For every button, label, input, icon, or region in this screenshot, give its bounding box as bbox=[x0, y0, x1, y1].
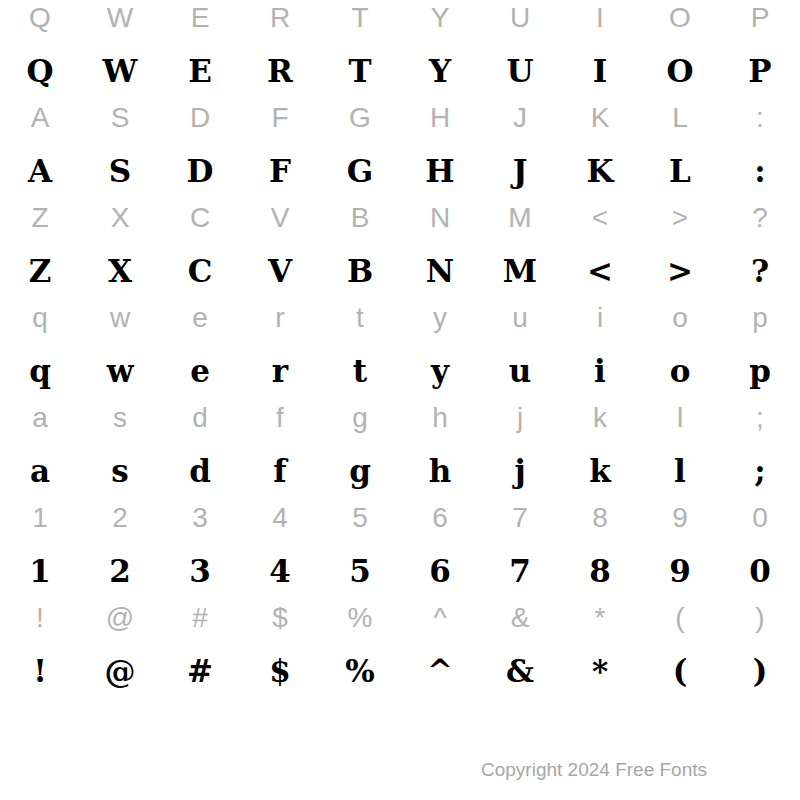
reference-row: qwertyuiop bbox=[0, 300, 800, 336]
reference-glyph: < bbox=[592, 204, 608, 232]
specimen-glyph: : bbox=[754, 156, 765, 187]
specimen-glyph: # bbox=[187, 656, 213, 687]
reference-glyph: W bbox=[107, 4, 133, 32]
specimen-glyph: d bbox=[189, 456, 211, 487]
reference-glyph: S bbox=[111, 104, 130, 132]
reference-glyph: J bbox=[513, 104, 527, 132]
reference-glyph: ! bbox=[36, 604, 44, 632]
specimen-glyph: > bbox=[667, 256, 693, 287]
reference-glyph: o bbox=[672, 304, 688, 332]
specimen-glyph: & bbox=[506, 656, 534, 687]
reference-row: 1234567890 bbox=[0, 500, 800, 536]
specimen-glyph: q bbox=[29, 356, 51, 387]
char-row-pair: asdfghjkl;asdfghjkl; bbox=[0, 400, 800, 500]
reference-glyph: R bbox=[270, 4, 290, 32]
reference-glyph: ^ bbox=[433, 604, 446, 632]
reference-row: ASDFGHJKL: bbox=[0, 100, 800, 136]
reference-glyph: l bbox=[677, 404, 683, 432]
specimen-glyph: o bbox=[670, 356, 691, 387]
specimen-glyph: k bbox=[589, 456, 610, 487]
reference-glyph: 5 bbox=[352, 504, 368, 532]
reference-glyph: ) bbox=[755, 604, 764, 632]
reference-glyph: a bbox=[32, 404, 48, 432]
specimen-row: asdfghjkl; bbox=[0, 449, 800, 493]
reference-glyph: V bbox=[271, 204, 290, 232]
reference-glyph: r bbox=[275, 304, 284, 332]
reference-glyph: A bbox=[31, 104, 50, 132]
char-row-pair: 12345678901234567890 bbox=[0, 500, 800, 600]
specimen-glyph: w bbox=[107, 356, 134, 387]
reference-glyph: 7 bbox=[512, 504, 528, 532]
reference-row: ZXCVBNM<>? bbox=[0, 200, 800, 236]
reference-glyph: 2 bbox=[112, 504, 128, 532]
reference-glyph: : bbox=[756, 104, 764, 132]
reference-glyph: P bbox=[751, 4, 770, 32]
specimen-glyph: P bbox=[748, 56, 771, 87]
specimen-row: 1234567890 bbox=[0, 549, 800, 593]
reference-glyph: d bbox=[192, 404, 208, 432]
specimen-glyph: I bbox=[593, 56, 608, 87]
reference-glyph: e bbox=[192, 304, 208, 332]
specimen-glyph: G bbox=[347, 156, 373, 187]
specimen-glyph: < bbox=[587, 256, 613, 287]
reference-glyph: f bbox=[276, 404, 284, 432]
specimen-glyph: h bbox=[429, 456, 452, 487]
specimen-glyph: u bbox=[509, 356, 532, 387]
specimen-glyph: T bbox=[348, 56, 371, 87]
specimen-glyph: W bbox=[103, 56, 138, 87]
reference-glyph: & bbox=[511, 604, 530, 632]
specimen-glyph: M bbox=[503, 256, 537, 287]
specimen-glyph: @ bbox=[105, 656, 136, 687]
reference-row: QWERTYUIOP bbox=[0, 0, 800, 36]
reference-glyph: 3 bbox=[192, 504, 208, 532]
reference-glyph: u bbox=[512, 304, 528, 332]
reference-glyph: N bbox=[430, 204, 450, 232]
specimen-glyph: Y bbox=[429, 56, 451, 87]
reference-glyph: I bbox=[596, 4, 604, 32]
reference-glyph: k bbox=[593, 404, 607, 432]
reference-glyph: O bbox=[669, 4, 691, 32]
reference-glyph: # bbox=[192, 604, 208, 632]
specimen-glyph: V bbox=[268, 256, 292, 287]
specimen-glyph: 2 bbox=[109, 556, 131, 587]
reference-glyph: K bbox=[591, 104, 610, 132]
reference-glyph: C bbox=[190, 204, 210, 232]
reference-glyph: h bbox=[432, 404, 448, 432]
specimen-glyph: 4 bbox=[269, 556, 291, 587]
reference-row: asdfghjkl; bbox=[0, 400, 800, 436]
reference-glyph: t bbox=[356, 304, 364, 332]
char-row-pair: QWERTYUIOPQWERTYUIOP bbox=[0, 0, 800, 100]
char-row-pair: qwertyuiopqwertyuiop bbox=[0, 300, 800, 400]
specimen-glyph: ; bbox=[754, 456, 765, 487]
specimen-glyph: 8 bbox=[589, 556, 611, 587]
reference-glyph: X bbox=[111, 204, 130, 232]
specimen-glyph: p bbox=[749, 356, 771, 387]
reference-glyph: ? bbox=[752, 204, 768, 232]
specimen-row: !@#$%^&*() bbox=[0, 649, 800, 693]
specimen-glyph: 0 bbox=[749, 556, 771, 587]
specimen-glyph: U bbox=[506, 56, 533, 87]
specimen-glyph: 3 bbox=[189, 556, 211, 587]
reference-glyph: F bbox=[271, 104, 288, 132]
specimen-glyph: D bbox=[187, 156, 214, 187]
specimen-glyph: J bbox=[513, 156, 528, 187]
reference-glyph: 4 bbox=[272, 504, 288, 532]
reference-glyph: j bbox=[517, 404, 523, 432]
specimen-glyph: 5 bbox=[349, 556, 371, 587]
reference-glyph: H bbox=[430, 104, 450, 132]
reference-glyph: i bbox=[597, 304, 603, 332]
reference-glyph: w bbox=[110, 304, 130, 332]
specimen-glyph: A bbox=[28, 156, 52, 187]
reference-glyph: 9 bbox=[672, 504, 688, 532]
specimen-glyph: S bbox=[109, 156, 131, 187]
font-specimen-sheet: QWERTYUIOPQWERTYUIOPASDFGHJKL:ASDFGHJKL:… bbox=[0, 0, 800, 800]
reference-glyph: B bbox=[351, 204, 370, 232]
specimen-glyph: * bbox=[592, 656, 608, 687]
char-row-pair: !@#$%^&*()!@#$%^&*() bbox=[0, 600, 800, 700]
specimen-glyph: g bbox=[349, 456, 371, 487]
specimen-glyph: $ bbox=[269, 656, 291, 687]
specimen-glyph: Z bbox=[29, 256, 52, 287]
specimen-glyph: r bbox=[272, 356, 288, 387]
specimen-glyph: 1 bbox=[29, 556, 51, 587]
reference-glyph: p bbox=[752, 304, 768, 332]
reference-glyph: $ bbox=[272, 604, 288, 632]
specimen-row: ZXCVBNM<>? bbox=[0, 249, 800, 293]
reference-glyph: > bbox=[672, 204, 688, 232]
copyright-text: Copyright 2024 Free Fonts bbox=[481, 758, 707, 782]
reference-glyph: E bbox=[191, 4, 210, 32]
reference-glyph: 1 bbox=[32, 504, 48, 532]
reference-glyph: D bbox=[190, 104, 210, 132]
specimen-row: ASDFGHJKL: bbox=[0, 149, 800, 193]
specimen-glyph: L bbox=[669, 156, 691, 187]
specimen-glyph: ) bbox=[753, 656, 768, 687]
reference-glyph: @ bbox=[106, 604, 134, 632]
reference-glyph: Z bbox=[31, 204, 48, 232]
specimen-row: QWERTYUIOP bbox=[0, 49, 800, 93]
specimen-glyph: l bbox=[674, 456, 686, 487]
specimen-glyph: C bbox=[188, 256, 213, 287]
reference-glyph: L bbox=[672, 104, 688, 132]
specimen-glyph: 6 bbox=[429, 556, 451, 587]
specimen-row: qwertyuiop bbox=[0, 349, 800, 393]
specimen-glyph: O bbox=[666, 56, 693, 87]
specimen-glyph: 7 bbox=[509, 556, 531, 587]
char-row-pair: ZXCVBNM<>?ZXCVBNM<>? bbox=[0, 200, 800, 300]
reference-row: !@#$%^&*() bbox=[0, 600, 800, 636]
specimen-glyph: e bbox=[190, 356, 210, 387]
specimen-glyph: f bbox=[273, 456, 286, 487]
specimen-glyph: 9 bbox=[669, 556, 691, 587]
specimen-glyph: B bbox=[347, 256, 373, 287]
specimen-glyph: ! bbox=[33, 656, 47, 687]
specimen-glyph: ? bbox=[751, 256, 769, 287]
reference-glyph: M bbox=[508, 204, 531, 232]
specimen-glyph: y bbox=[431, 356, 449, 387]
specimen-glyph: F bbox=[269, 156, 291, 187]
specimen-glyph: E bbox=[188, 56, 212, 87]
specimen-glyph: H bbox=[425, 156, 454, 187]
reference-glyph: G bbox=[349, 104, 371, 132]
specimen-glyph: i bbox=[594, 356, 606, 387]
specimen-glyph: N bbox=[426, 256, 454, 287]
char-row-pair: ASDFGHJKL:ASDFGHJKL: bbox=[0, 100, 800, 200]
reference-glyph: ( bbox=[675, 604, 684, 632]
reference-glyph: g bbox=[352, 404, 368, 432]
character-map-grid: QWERTYUIOPQWERTYUIOPASDFGHJKL:ASDFGHJKL:… bbox=[0, 0, 800, 700]
reference-glyph: ; bbox=[756, 404, 764, 432]
reference-glyph: s bbox=[113, 404, 127, 432]
reference-glyph: Y bbox=[431, 4, 450, 32]
specimen-glyph: j bbox=[514, 456, 525, 487]
reference-glyph: q bbox=[32, 304, 48, 332]
specimen-glyph: Q bbox=[26, 56, 53, 87]
reference-glyph: T bbox=[351, 4, 368, 32]
specimen-glyph: s bbox=[111, 456, 128, 487]
reference-glyph: 6 bbox=[432, 504, 448, 532]
reference-glyph: * bbox=[595, 604, 606, 632]
specimen-glyph: t bbox=[353, 356, 367, 387]
specimen-glyph: ( bbox=[673, 656, 688, 687]
reference-glyph: y bbox=[433, 304, 447, 332]
reference-glyph: 0 bbox=[752, 504, 768, 532]
reference-glyph: U bbox=[510, 4, 530, 32]
reference-glyph: 8 bbox=[592, 504, 608, 532]
specimen-glyph: ^ bbox=[427, 656, 453, 687]
reference-glyph: % bbox=[348, 604, 373, 632]
specimen-glyph: K bbox=[587, 156, 614, 187]
specimen-glyph: R bbox=[267, 56, 293, 87]
specimen-glyph: X bbox=[108, 256, 132, 287]
specimen-glyph: % bbox=[345, 656, 374, 687]
specimen-glyph: a bbox=[30, 456, 50, 487]
reference-glyph: Q bbox=[29, 4, 51, 32]
